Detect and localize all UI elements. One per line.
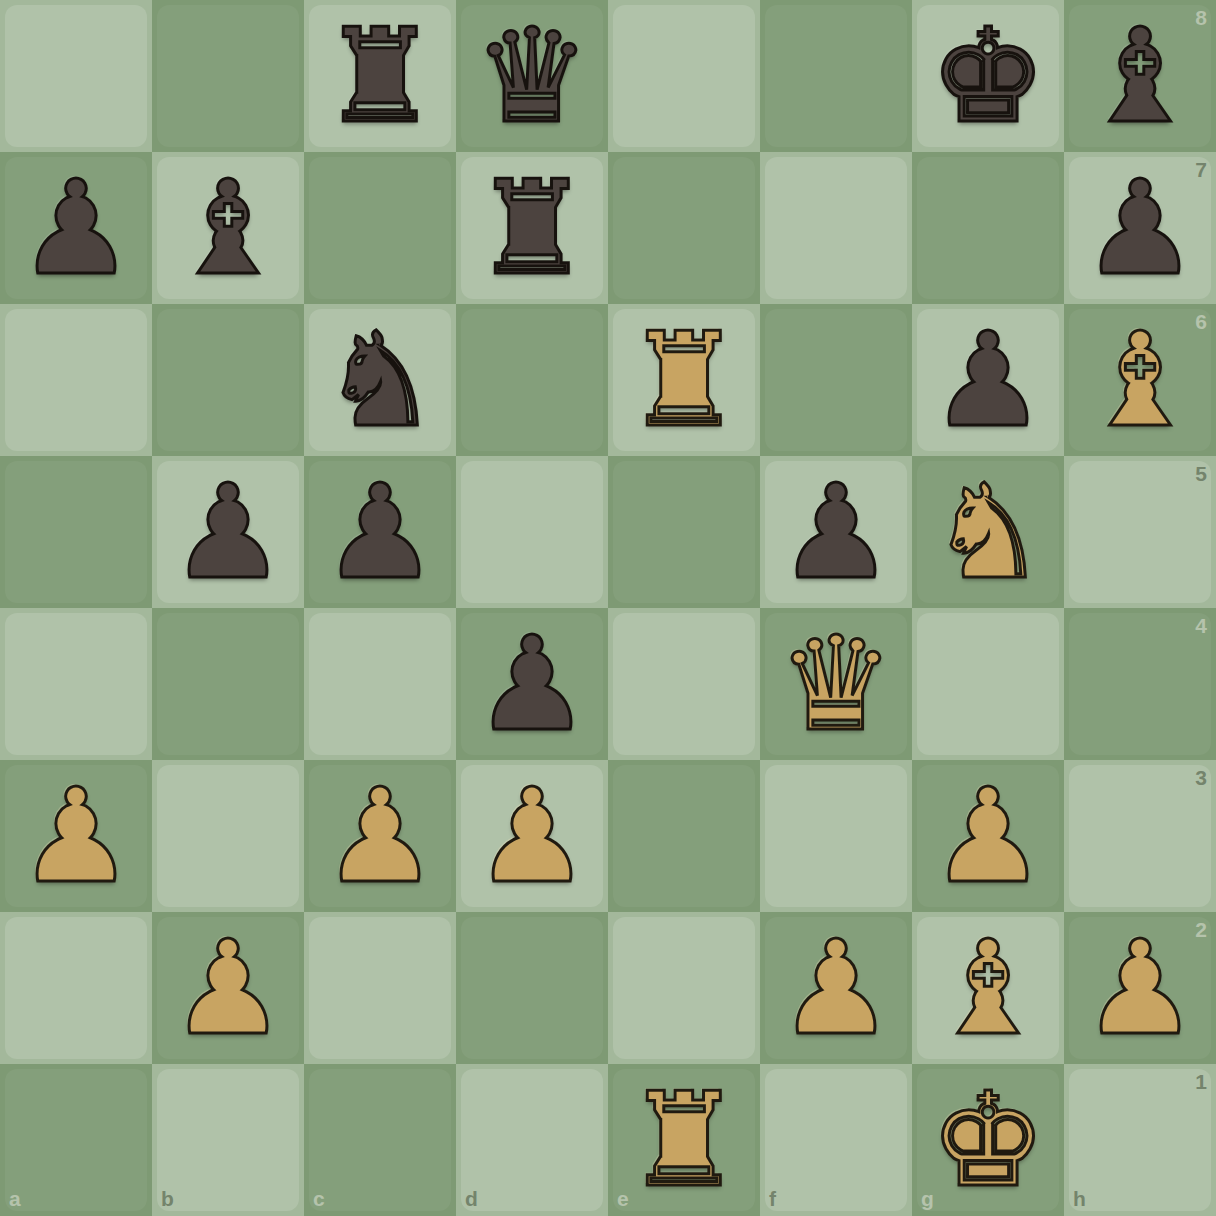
square-d4[interactable]: ♟ — [456, 608, 608, 760]
piece-black-pawn-c5[interactable]: ♟ — [304, 456, 456, 608]
square-f7[interactable] — [760, 152, 912, 304]
square-d3[interactable]: ♟ — [456, 760, 608, 912]
square-b7[interactable]: ♝ — [152, 152, 304, 304]
square-h4[interactable]: 4 — [1064, 608, 1216, 760]
square-b5[interactable]: ♟ — [152, 456, 304, 608]
square-a4[interactable] — [0, 608, 152, 760]
square-d2[interactable] — [456, 912, 608, 1064]
file-label-d: d — [465, 1187, 478, 1211]
square-f3[interactable] — [760, 760, 912, 912]
piece-black-pawn-d4[interactable]: ♟ — [456, 608, 608, 760]
square-a2[interactable] — [0, 912, 152, 1064]
square-f6[interactable] — [760, 304, 912, 456]
square-e4[interactable] — [608, 608, 760, 760]
piece-white-pawn-h2[interactable]: ♟ — [1064, 912, 1216, 1064]
square-a5[interactable] — [0, 456, 152, 608]
piece-white-pawn-b2[interactable]: ♟ — [152, 912, 304, 1064]
piece-white-bishop-h6[interactable]: ♝ — [1064, 304, 1216, 456]
piece-black-pawn-f5[interactable]: ♟ — [760, 456, 912, 608]
piece-white-pawn-a3[interactable]: ♟ — [0, 760, 152, 912]
square-h6[interactable]: 6♝ — [1064, 304, 1216, 456]
square-c2[interactable] — [304, 912, 456, 1064]
piece-black-bishop-h8[interactable]: ♝ — [1064, 0, 1216, 152]
piece-white-pawn-c3[interactable]: ♟ — [304, 760, 456, 912]
square-g2[interactable]: ♝ — [912, 912, 1064, 1064]
piece-white-queen-f4[interactable]: ♛ — [760, 608, 912, 760]
chess-board: ♜♛♚8♝♟♝♜7♟♞♜♟6♝♟♟♟♞5♟♛4♟♟♟♟3♟♟♝2♟abcde♜f… — [0, 0, 1216, 1216]
square-f1[interactable]: f — [760, 1064, 912, 1216]
square-g4[interactable] — [912, 608, 1064, 760]
piece-black-knight-c6[interactable]: ♞ — [304, 304, 456, 456]
piece-white-rook-e1[interactable]: ♜ — [608, 1064, 760, 1216]
square-h7[interactable]: 7♟ — [1064, 152, 1216, 304]
square-g8[interactable]: ♚ — [912, 0, 1064, 152]
square-g5[interactable]: ♞ — [912, 456, 1064, 608]
square-e7[interactable] — [608, 152, 760, 304]
square-a3[interactable]: ♟ — [0, 760, 152, 912]
square-h2[interactable]: 2♟ — [1064, 912, 1216, 1064]
square-e5[interactable] — [608, 456, 760, 608]
square-b4[interactable] — [152, 608, 304, 760]
square-e6[interactable]: ♜ — [608, 304, 760, 456]
square-c6[interactable]: ♞ — [304, 304, 456, 456]
piece-white-pawn-g3[interactable]: ♟ — [912, 760, 1064, 912]
square-h8[interactable]: 8♝ — [1064, 0, 1216, 152]
square-c8[interactable]: ♜ — [304, 0, 456, 152]
file-label-b: b — [161, 1187, 174, 1211]
piece-black-pawn-b5[interactable]: ♟ — [152, 456, 304, 608]
square-g6[interactable]: ♟ — [912, 304, 1064, 456]
piece-black-pawn-g6[interactable]: ♟ — [912, 304, 1064, 456]
square-b6[interactable] — [152, 304, 304, 456]
square-g1[interactable]: g♚ — [912, 1064, 1064, 1216]
square-f2[interactable]: ♟ — [760, 912, 912, 1064]
rank-label-1: 1 — [1195, 1070, 1207, 1094]
square-b3[interactable] — [152, 760, 304, 912]
piece-black-king-g8[interactable]: ♚ — [912, 0, 1064, 152]
square-a7[interactable]: ♟ — [0, 152, 152, 304]
square-d5[interactable] — [456, 456, 608, 608]
rank-label-5: 5 — [1195, 462, 1207, 486]
square-b8[interactable] — [152, 0, 304, 152]
square-d6[interactable] — [456, 304, 608, 456]
piece-white-bishop-g2[interactable]: ♝ — [912, 912, 1064, 1064]
square-f5[interactable]: ♟ — [760, 456, 912, 608]
rank-label-4: 4 — [1195, 614, 1207, 638]
square-a6[interactable] — [0, 304, 152, 456]
square-b2[interactable]: ♟ — [152, 912, 304, 1064]
square-c7[interactable] — [304, 152, 456, 304]
file-label-h: h — [1073, 1187, 1086, 1211]
square-f4[interactable]: ♛ — [760, 608, 912, 760]
square-a8[interactable] — [0, 0, 152, 152]
square-e8[interactable] — [608, 0, 760, 152]
square-h5[interactable]: 5 — [1064, 456, 1216, 608]
square-d1[interactable]: d — [456, 1064, 608, 1216]
piece-white-king-g1[interactable]: ♚ — [912, 1064, 1064, 1216]
square-b1[interactable]: b — [152, 1064, 304, 1216]
piece-white-knight-g5[interactable]: ♞ — [912, 456, 1064, 608]
piece-black-rook-d7[interactable]: ♜ — [456, 152, 608, 304]
piece-white-pawn-f2[interactable]: ♟ — [760, 912, 912, 1064]
square-g3[interactable]: ♟ — [912, 760, 1064, 912]
piece-white-pawn-d3[interactable]: ♟ — [456, 760, 608, 912]
square-d8[interactable]: ♛ — [456, 0, 608, 152]
piece-black-bishop-b7[interactable]: ♝ — [152, 152, 304, 304]
square-g7[interactable] — [912, 152, 1064, 304]
square-c5[interactable]: ♟ — [304, 456, 456, 608]
square-f8[interactable] — [760, 0, 912, 152]
piece-white-rook-e6[interactable]: ♜ — [608, 304, 760, 456]
piece-black-pawn-h7[interactable]: ♟ — [1064, 152, 1216, 304]
piece-black-rook-c8[interactable]: ♜ — [304, 0, 456, 152]
file-label-a: a — [9, 1187, 21, 1211]
square-e2[interactable] — [608, 912, 760, 1064]
file-label-f: f — [769, 1187, 776, 1211]
square-c4[interactable] — [304, 608, 456, 760]
square-d7[interactable]: ♜ — [456, 152, 608, 304]
rank-label-3: 3 — [1195, 766, 1207, 790]
square-a1[interactable]: a — [0, 1064, 152, 1216]
square-c1[interactable]: c — [304, 1064, 456, 1216]
square-e1[interactable]: e♜ — [608, 1064, 760, 1216]
file-label-c: c — [313, 1187, 325, 1211]
square-e3[interactable] — [608, 760, 760, 912]
piece-black-pawn-a7[interactable]: ♟ — [0, 152, 152, 304]
piece-black-queen-d8[interactable]: ♛ — [456, 0, 608, 152]
square-c3[interactable]: ♟ — [304, 760, 456, 912]
square-h1[interactable]: 1h — [1064, 1064, 1216, 1216]
square-h3[interactable]: 3 — [1064, 760, 1216, 912]
